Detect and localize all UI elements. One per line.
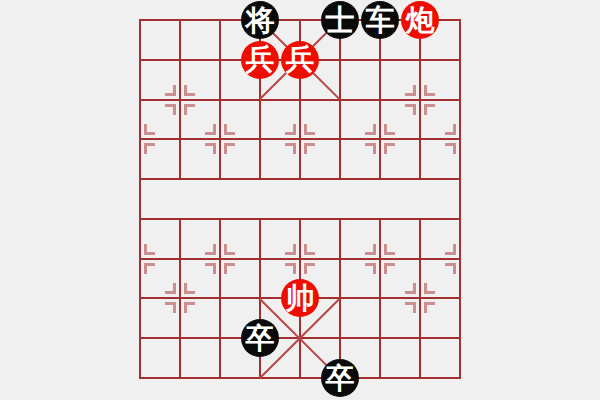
point-marker: [224, 244, 227, 255]
point-marker: [373, 244, 376, 255]
grid-v-line: [179, 19, 181, 180]
piece-red-general[interactable]: 帅: [281, 279, 319, 317]
point-marker: [224, 263, 227, 274]
point-marker: [224, 143, 227, 154]
point-marker: [453, 244, 456, 255]
point-marker: [213, 244, 216, 255]
point-marker: [413, 104, 416, 115]
point-marker: [184, 283, 187, 294]
point-marker: [184, 85, 187, 96]
point-marker: [413, 302, 416, 313]
point-marker: [424, 85, 427, 96]
point-marker: [453, 124, 456, 135]
point-marker: [424, 302, 427, 313]
point-marker: [304, 263, 307, 274]
grid-v-line: [379, 19, 381, 180]
xiangqi-screen: 将士车炮兵兵帅卒卒: [0, 0, 600, 400]
point-marker: [144, 124, 147, 135]
point-marker: [304, 244, 307, 255]
point-marker: [144, 263, 147, 274]
grid-v-line: [459, 19, 461, 379]
point-marker: [413, 283, 416, 294]
point-marker: [173, 283, 176, 294]
grid-v-line: [219, 218, 221, 379]
point-marker: [424, 283, 427, 294]
piece-black-general[interactable]: 将: [241, 1, 279, 39]
point-marker: [304, 143, 307, 154]
piece-red-soldier[interactable]: 兵: [241, 41, 279, 79]
point-marker: [213, 263, 216, 274]
point-marker: [384, 143, 387, 154]
piece-red-cannon[interactable]: 炮: [401, 1, 439, 39]
point-marker: [173, 302, 176, 313]
point-marker: [224, 124, 227, 135]
point-marker: [184, 302, 187, 313]
point-marker: [184, 104, 187, 115]
grid-v-line: [179, 218, 181, 379]
point-marker: [373, 124, 376, 135]
point-marker: [173, 104, 176, 115]
point-marker: [293, 143, 296, 154]
point-marker: [373, 143, 376, 154]
xiangqi-board[interactable]: 将士车炮兵兵帅卒卒: [140, 20, 460, 378]
piece-black-soldier[interactable]: 卒: [321, 359, 359, 397]
point-marker: [413, 85, 416, 96]
piece-black-soldier[interactable]: 卒: [241, 319, 279, 357]
grid-v-line: [379, 218, 381, 379]
point-marker: [213, 124, 216, 135]
grid-v-line: [219, 19, 221, 180]
grid-v-line: [419, 19, 421, 180]
point-marker: [424, 104, 427, 115]
grid-v-line: [139, 19, 141, 379]
piece-black-chariot[interactable]: 车: [361, 1, 399, 39]
point-marker: [304, 124, 307, 135]
point-marker: [373, 263, 376, 274]
piece-red-soldier[interactable]: 兵: [281, 41, 319, 79]
point-marker: [384, 124, 387, 135]
point-marker: [144, 143, 147, 154]
point-marker: [293, 124, 296, 135]
point-marker: [293, 263, 296, 274]
point-marker: [293, 244, 296, 255]
point-marker: [384, 244, 387, 255]
piece-black-advisor[interactable]: 士: [321, 1, 359, 39]
point-marker: [453, 263, 456, 274]
point-marker: [453, 143, 456, 154]
point-marker: [384, 263, 387, 274]
grid-v-line: [419, 218, 421, 379]
point-marker: [173, 85, 176, 96]
point-marker: [144, 244, 147, 255]
point-marker: [213, 143, 216, 154]
